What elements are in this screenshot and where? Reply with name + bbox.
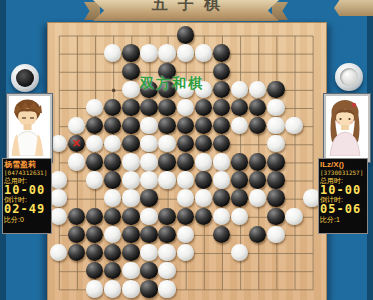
white-stone [50, 189, 67, 206]
white-stone [140, 244, 157, 261]
white-stone [122, 189, 139, 206]
white-stone [177, 171, 194, 188]
black-stone [122, 208, 139, 225]
black-stone [177, 153, 194, 170]
white-stone [122, 153, 139, 170]
black-stone [213, 44, 230, 61]
black-stone [140, 99, 157, 116]
white-stone [177, 244, 194, 261]
black-stone [195, 171, 212, 188]
black-stone [267, 171, 284, 188]
white-stone [158, 44, 175, 61]
right-total-time: 10-00 [320, 185, 366, 196]
white-stone [158, 171, 175, 188]
white-stone [104, 280, 121, 297]
black-stone [158, 208, 175, 225]
female-avatar-icon [326, 96, 364, 156]
black-stone [267, 208, 284, 225]
black-stone [68, 208, 85, 225]
black-stone: ✕ [68, 135, 85, 152]
white-stone [140, 44, 157, 61]
status-message: 双方和棋 [140, 75, 260, 93]
right-player-id: [3730031257] [320, 169, 366, 177]
title-ribbon: 五子棋 [93, 0, 279, 21]
black-stone [158, 99, 175, 116]
black-stone [86, 153, 103, 170]
right-player-panel: ILz/X() [3730031257] 总用时: 10-00 倒计时: 05-… [318, 158, 368, 234]
black-stone [140, 189, 157, 206]
white-stone [140, 171, 157, 188]
white-stone [213, 208, 230, 225]
white-stone [50, 171, 67, 188]
white-stone [267, 117, 284, 134]
white-stone [140, 208, 157, 225]
white-stone [177, 44, 194, 61]
white-stone [177, 226, 194, 243]
white-stone [285, 117, 302, 134]
white-stone [50, 208, 67, 225]
black-stone [158, 153, 175, 170]
left-player-name: 杨雪盈莉 [4, 160, 50, 169]
white-stone [122, 171, 139, 188]
white-stone [213, 153, 230, 170]
black-stone [158, 226, 175, 243]
white-stone [68, 153, 85, 170]
black-stone [140, 226, 157, 243]
white-stone [140, 117, 157, 134]
black-stone [122, 99, 139, 116]
black-stone [122, 117, 139, 134]
left-score: 比分:0 [4, 215, 50, 224]
game-title: 五子棋 [93, 0, 279, 15]
game-window: 五子棋 ✕ 双方和棋 [0, 0, 373, 300]
white-stone [213, 171, 230, 188]
black-stone [267, 189, 284, 206]
black-stone [195, 208, 212, 225]
last-move-marker: ✕ [68, 136, 85, 151]
black-stone [104, 153, 121, 170]
black-stone [122, 244, 139, 261]
white-stones-in-bowl [340, 68, 358, 86]
left-edge-strip [0, 0, 6, 300]
male-avatar-icon [9, 96, 46, 156]
black-stone [231, 153, 248, 170]
right-player-avatar [324, 94, 370, 162]
black-stone [158, 117, 175, 134]
black-stone [122, 44, 139, 61]
left-countdown: 02-49 [4, 204, 50, 215]
black-stone [122, 226, 139, 243]
black-stone [195, 99, 212, 116]
white-stone [50, 244, 67, 261]
white-stone [86, 171, 103, 188]
white-stone [158, 244, 175, 261]
black-stone [267, 153, 284, 170]
white-stone [122, 280, 139, 297]
black-stone [68, 226, 85, 243]
right-score: 比分:1 [320, 215, 366, 224]
white-stone [140, 153, 157, 170]
black-stone [231, 189, 248, 206]
white-stone [177, 99, 194, 116]
black-stone [249, 171, 266, 188]
left-player-id: [0474312631] [4, 169, 50, 177]
black-stone [267, 81, 284, 98]
white-stone [122, 262, 139, 279]
black-stone [249, 153, 266, 170]
right-countdown: 05-06 [320, 204, 366, 215]
white-stone [158, 262, 175, 279]
black-stone [122, 135, 139, 152]
black-stone [177, 26, 194, 43]
white-stone [267, 99, 284, 116]
white-stone [195, 189, 212, 206]
black-stone [177, 117, 194, 134]
white-stone-bowl [335, 63, 363, 91]
white-stone [195, 153, 212, 170]
white-stone [122, 81, 139, 98]
black-stone [86, 208, 103, 225]
black-stone [213, 189, 230, 206]
black-stones-in-bowl [16, 69, 34, 87]
white-stone [86, 280, 103, 297]
white-stone [267, 226, 284, 243]
white-stone [104, 44, 121, 61]
black-stone [122, 63, 139, 80]
white-stone [267, 135, 284, 152]
white-stone [285, 208, 302, 225]
right-player-name: ILz/X() [320, 160, 366, 169]
black-stone [104, 171, 121, 188]
black-stone [140, 280, 157, 297]
left-player-avatar [7, 94, 52, 162]
white-stone [195, 44, 212, 61]
left-total-time: 10-00 [4, 185, 50, 196]
black-stone-bowl [11, 64, 39, 92]
white-stone [177, 189, 194, 206]
left-player-panel: 杨雪盈莉 [0474312631] 总用时: 10-00 倒计时: 02-49 … [2, 158, 52, 234]
black-stone [231, 171, 248, 188]
white-stone [140, 135, 157, 152]
black-stone [177, 208, 194, 225]
white-stone [158, 280, 175, 297]
black-stone [140, 262, 157, 279]
ribbon-tail-right [334, 0, 373, 16]
